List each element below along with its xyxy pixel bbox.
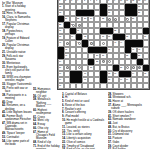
- circle-marker: [78, 24, 81, 27]
- cell-number: 48: [138, 48, 140, 50]
- clue-number: 14.: [62, 136, 67, 139]
- clue-number: 71.: [33, 144, 38, 147]
- cell-number: 70: [126, 78, 128, 80]
- cell-number: 5: [84, 0, 85, 1]
- clue-item-11: 11. Located, as stories: [62, 125, 106, 128]
- clue-item-30: 30. Meritorious: [2, 61, 32, 64]
- clue-number: 24.: [62, 148, 67, 149]
- down-clues-column-4: 28. Showers34. Westwood sch.36. Hover at…: [108, 92, 150, 149]
- cell-number: 44: [120, 41, 122, 43]
- clue-number: 22.: [62, 140, 67, 143]
- clue-item-18: 18. Pyrotechnics, perhaps: [2, 29, 32, 35]
- circle-marker: [132, 66, 135, 69]
- clue-number: 20.: [2, 43, 7, 46]
- crossword-grid: 1234567891011121314151617181920212223242…: [57, 0, 150, 90]
- clue-number: 35.: [2, 86, 7, 89]
- clue-number: 8.: [62, 111, 65, 114]
- clue-item-29: 29. Folk-rock star Susanna: [2, 54, 32, 60]
- clue-number: 28.: [108, 92, 113, 95]
- circle-marker: [126, 18, 129, 21]
- clue-number: 32.: [2, 75, 7, 78]
- clue-number: 66.: [33, 126, 38, 129]
- clue-item-6: 6. Rosie of the bus: [62, 103, 106, 106]
- circle-marker: [138, 66, 141, 69]
- cell-number: 12: [132, 0, 134, 1]
- clues-list-2: 55. Humorous neighbor56. Oil unit58. Met…: [33, 87, 60, 149]
- circle-marker: [78, 66, 81, 69]
- clue-number: 40.: [2, 100, 7, 103]
- cell-number: 56: [59, 66, 61, 68]
- circle-marker: [126, 66, 129, 69]
- cell-number: 8: [108, 0, 109, 1]
- clue-number: 44.: [108, 121, 113, 124]
- clue-number: 56.: [33, 94, 38, 97]
- clue-item-46: 46. Former Bush spokesman Fleischer: [2, 114, 32, 120]
- circle-marker: [90, 42, 93, 45]
- circle-marker: [66, 66, 69, 69]
- clue-item-22: 22. Olive of comics: [62, 140, 106, 143]
- cell-number: 24: [90, 17, 92, 19]
- clue-item-31: 31. Even backwards, she's still part of …: [2, 65, 32, 75]
- cell-number: 71: [59, 84, 61, 86]
- cell-number: 52: [126, 54, 128, 56]
- clue-item-66: 66. Ohio city: [33, 126, 60, 129]
- across-clues-column-1: for War' Museum 1. Start of a holiday gr…: [2, 1, 32, 149]
- cell-number: 37: [108, 35, 110, 37]
- cell-number: 21: [65, 17, 67, 19]
- clue-item-15: 15. Here, in Havana: [2, 12, 32, 15]
- clue-item-19: 19. Feature of Edward Cullen: [2, 36, 32, 42]
- cell-number: 30: [59, 29, 61, 31]
- cell-number: 11: [126, 0, 128, 1]
- cell-number: 58: [120, 66, 122, 68]
- clue-item-17: 17. Popular Christmas display: [2, 22, 32, 28]
- circle-marker: [108, 60, 111, 63]
- cell-number: 19: [108, 11, 110, 13]
- cell-number: 14: [144, 0, 146, 1]
- clue-item-32: 32. WWII-era champion wrestler, maybe: [2, 75, 32, 81]
- cell-number: 39: [144, 35, 146, 37]
- clue-number: 12.: [62, 129, 67, 132]
- cell-number: 50: [96, 54, 98, 56]
- cell-number: 10: [120, 0, 122, 1]
- clue-number: 49.: [2, 131, 7, 134]
- clue-item-24: 24. Kind of clip, or clip joint: [62, 148, 106, 149]
- down-clues-list-4: 28. Showers34. Westwood sch.36. Hover at…: [108, 92, 150, 149]
- crossword-page: { "game": "crossword", "grid": { "rows":…: [0, 0, 150, 150]
- cell-number: 57: [90, 66, 92, 68]
- clue-item-43: 43. Nomadic wanderer: [108, 118, 150, 121]
- circle-marker: [102, 60, 105, 63]
- clue-item-48: 48. But, to Brutus: [108, 125, 150, 128]
- cell-number: 25: [102, 17, 104, 19]
- cell-number: 36: [102, 35, 104, 37]
- cell-number: 31: [77, 29, 79, 31]
- clue-number: 7.: [62, 107, 65, 110]
- circle-marker: [72, 24, 75, 27]
- clue-number: 68.: [33, 140, 38, 143]
- clue-number: 1.: [2, 5, 5, 8]
- clue-number: 5.: [62, 99, 65, 102]
- cell-number: 9: [114, 0, 115, 1]
- cell-number: 45: [65, 48, 67, 50]
- clue-number: 33.: [2, 82, 7, 85]
- clue-number: 43.: [108, 118, 113, 121]
- across-clues-list-1: for War' Museum 1. Start of a holiday gr…: [2, 1, 32, 145]
- clue-number: 21.: [2, 50, 7, 53]
- cell-number: 34: [71, 35, 73, 37]
- clues-column-2: 55. Humorous neighbor56. Oil unit58. Met…: [33, 87, 60, 149]
- clue-number: 11.: [62, 125, 66, 128]
- clue-item-37: 37. Alamo ___, Minneapolis suburb: [108, 103, 150, 109]
- clue-number: 16.: [2, 15, 7, 18]
- clue-number: 39.: [108, 110, 113, 113]
- clue-item-67: 67. Home of Chicago's Field Museum: [33, 130, 60, 140]
- cell-number: 2: [65, 0, 66, 1]
- clue-item-60: 60. Highest recompense: [33, 108, 60, 114]
- clue-number: 42.: [2, 104, 7, 107]
- cell-number: 62: [108, 72, 110, 74]
- clue-number: 48.: [108, 125, 113, 128]
- cell-number: 4: [77, 0, 78, 1]
- cell-number: 15: [59, 5, 61, 7]
- down-clues-list-3: 3. Capital of Belarus4. Hi5. Kind of mis…: [62, 92, 106, 149]
- cell-number: 54: [59, 60, 61, 62]
- clue-number: 19.: [2, 36, 7, 39]
- clue-item-33: 33. Slugger Yastrzemski: [2, 82, 32, 85]
- cell-number: 69: [120, 78, 122, 80]
- cell-number: 7: [96, 0, 97, 1]
- clue-item-71: 71. End of the holiday greeting: [33, 144, 60, 149]
- cell-number: 63: [114, 72, 116, 74]
- clue-item-10: 10. He might heckle at a Cardinals game: [62, 118, 106, 124]
- clue-item-57: 57. Gabs: [108, 140, 150, 143]
- clue-number: 62.: [33, 119, 38, 122]
- clue-number: 55.: [33, 87, 38, 90]
- clue-item-1: 1. Start of a holiday greeting: [2, 5, 32, 11]
- clue-number: 58.: [33, 98, 38, 101]
- cell-number: 33: [59, 35, 61, 37]
- down-clues-column-3: 3. Capital of Belarus4. Hi5. Kind of mis…: [62, 92, 106, 149]
- cell-number: 53: [138, 54, 140, 56]
- cell-number: 51: [102, 54, 104, 56]
- clue-number: 61.: [33, 115, 38, 118]
- cell-number: 38: [126, 35, 128, 37]
- clue-number: 23.: [62, 144, 67, 147]
- clue-item-8: 8. Cesare's offering: [62, 111, 106, 114]
- cell-number: 61: [84, 72, 86, 74]
- cell-number: 1: [59, 0, 60, 1]
- clue-number: 9.: [62, 114, 65, 117]
- clue-number: 13.: [62, 133, 67, 136]
- clue-number: 30.: [2, 61, 7, 64]
- clue-number: 45.: [2, 111, 7, 114]
- cell-number: 43: [114, 41, 116, 43]
- clue-item-16: 16. Clara, to Samantha Stephens: [2, 15, 32, 21]
- cell-number: 46: [108, 48, 110, 50]
- clue-item-54: 54. Like some parts of the body: [2, 139, 32, 145]
- cell-number: 22: [77, 17, 79, 19]
- cell-number: 60: [59, 72, 61, 74]
- clue-number: 41.: [108, 114, 113, 117]
- circle-marker: [108, 18, 111, 21]
- clue-number: 60.: [33, 108, 38, 111]
- clue-item-38: 38. Participants in a meeting: [2, 93, 32, 99]
- clue-number: 34.: [108, 96, 113, 99]
- clue-item-45: 45. Little Bighorn braves: [2, 111, 32, 114]
- clue-item-20: 20. Popular Christmas display: [2, 43, 32, 49]
- cell-number: 20: [138, 11, 140, 13]
- clue-number: 57.: [108, 140, 113, 143]
- clue-number: 50.: [108, 129, 113, 132]
- clue-item-63: 63. Ball holder: [108, 148, 150, 149]
- cell-number: 64: [132, 72, 134, 74]
- cell-number: 27: [132, 17, 134, 19]
- clue-number: 46.: [2, 114, 7, 117]
- clue-number: 17.: [2, 22, 7, 25]
- clue-number: 59.: [108, 144, 113, 147]
- cell-number: 3: [71, 0, 72, 1]
- cell-number: 47: [132, 48, 134, 50]
- cell-number: 28: [59, 23, 61, 25]
- clue-number: 15.: [2, 12, 7, 15]
- cell-number: 49: [65, 54, 67, 56]
- clue-item-47: 47. WB drama set in Capeside, Massachuse…: [2, 121, 32, 131]
- cell-number: 23: [84, 17, 86, 19]
- clue-number: 29.: [2, 54, 7, 57]
- clue-item-49: 49. 'Space' keeper: [2, 131, 32, 134]
- clue-number: 31.: [2, 65, 7, 68]
- clue-number: 38.: [2, 93, 7, 96]
- cell-number: 17: [138, 5, 140, 7]
- cell-number: 65: [144, 72, 146, 74]
- cell-number: 67: [84, 78, 86, 80]
- clue-item-55: 55. Humorous neighbor: [33, 87, 60, 93]
- clue-number: 10.: [62, 118, 67, 121]
- clue-item-51: 51. Diamond stat: [108, 133, 150, 136]
- clue-item-68: 68. Kind of clip: [33, 140, 60, 143]
- clue-number: 67.: [33, 130, 38, 133]
- clue-number: 64.: [33, 122, 38, 125]
- clue-number: 52.: [108, 136, 113, 139]
- clue-number: 36.: [108, 99, 113, 102]
- cell-number: 68: [108, 78, 110, 80]
- clue-number: 6.: [62, 103, 65, 106]
- clue-number: 18.: [2, 29, 7, 32]
- clue-number: 51.: [108, 133, 113, 136]
- cell-number: 55: [96, 60, 98, 62]
- circle-marker: [102, 42, 105, 45]
- circle-marker: [66, 42, 69, 45]
- clue-item-35: 35. Prefix with war or face: [2, 86, 32, 92]
- clue-number: 4.: [62, 96, 65, 99]
- circle-marker: [78, 42, 81, 45]
- clue-number: 54.: [2, 139, 7, 142]
- clue-item-62: 62. Mets' city: [33, 119, 60, 122]
- cell-number: 32: [114, 29, 116, 31]
- cell-number: 66: [59, 78, 61, 80]
- across-clues-tail: 55. Humorous neighbor56. Oil unit58. Met…: [33, 87, 60, 149]
- clue-item-42: 42. Resumes, on a desktop: [2, 104, 32, 110]
- grid-cell-15-15[interactable]: [143, 83, 149, 89]
- clue-item-4: 4. Hi: [62, 96, 106, 99]
- clue-item-39: 39. Off-shore haulers: [108, 110, 150, 113]
- cell-number: 35: [84, 35, 86, 37]
- cell-number: 13: [138, 0, 140, 1]
- clue-number: 47.: [2, 121, 7, 124]
- clue-item-13: 13. Like a certain colony: [62, 133, 106, 136]
- cell-number: 40: [59, 41, 61, 43]
- clue-item-34: 34. Westwood sch.: [108, 96, 150, 99]
- clue-number: 37.: [108, 103, 113, 106]
- cell-number: 6: [90, 0, 91, 1]
- cell-number: 16: [108, 5, 110, 7]
- clue-number: 63.: [108, 148, 113, 149]
- clue-number: 53.: [2, 135, 7, 138]
- clue-number: 3.: [62, 92, 65, 95]
- clue-item-58: 58. Metallica's 'Nothing ___ Matters': [33, 98, 60, 108]
- circle-marker: [114, 18, 117, 21]
- cell-number: 18: [59, 11, 61, 13]
